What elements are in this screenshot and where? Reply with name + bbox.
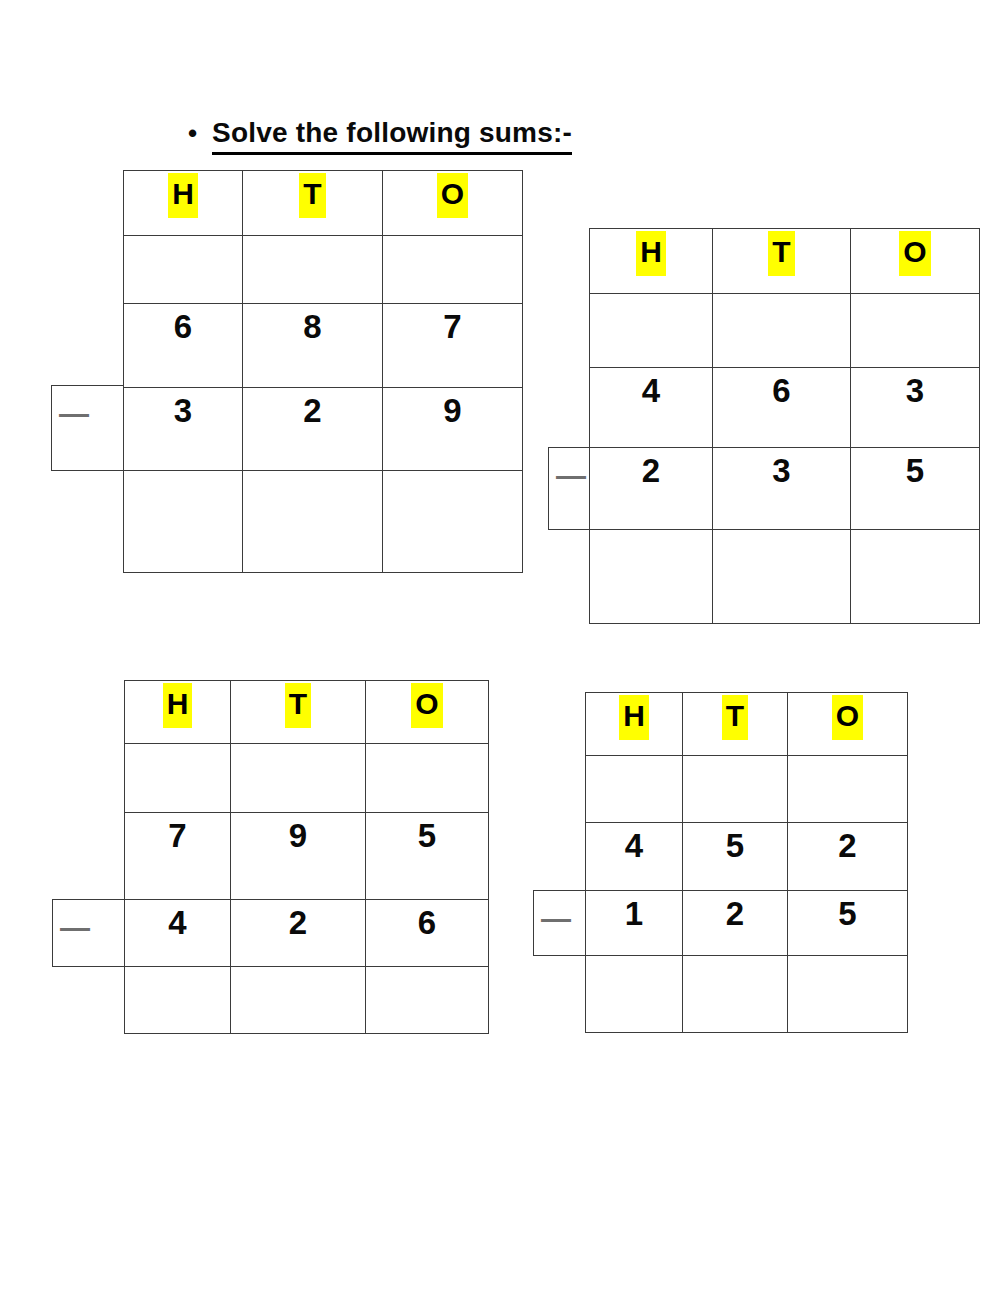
minuend-digit: 8 [243,304,383,388]
header-cell: T [713,229,851,294]
subtrahend-digit: 3 [713,448,851,530]
digit: 4 [642,374,660,407]
digit: 6 [418,906,436,939]
work-cell[interactable] [590,294,713,368]
answer-cell[interactable] [788,956,908,1033]
subtrahend-digit: 2 [590,448,713,530]
digit: 2 [838,829,856,862]
header-cell: T [231,681,366,744]
work-cell[interactable] [683,756,788,823]
work-cell[interactable] [243,236,383,304]
digit: 2 [726,897,744,930]
worksheet-page: • Solve the following sums:- H T O 6 8 7… [0,0,1000,1291]
work-cell[interactable] [125,744,231,813]
digit: 3 [906,374,924,407]
minuend-digit: 4 [586,823,683,891]
subtrahend-digit: 1 [586,891,683,956]
subtrahend-digit: 5 [851,448,980,530]
minuend-digit: 5 [366,813,489,900]
minuend-digit: 3 [851,368,980,448]
minuend-digit: 7 [383,304,523,388]
minus-sign-box: — [51,385,124,471]
subtrahend-digit: 2 [243,388,383,471]
minuend-digit: 6 [124,304,243,388]
digit: 3 [772,454,790,487]
digit: 9 [289,819,307,852]
work-cell[interactable] [124,236,243,304]
digit: 9 [443,394,461,427]
answer-cell[interactable] [231,967,366,1034]
subtrahend-digit: 3 [124,388,243,471]
subtrahend-digit: 9 [383,388,523,471]
bullet-icon: • [188,118,197,149]
digit: 5 [838,897,856,930]
column-header-ones: O [832,695,863,740]
minuend-digit: 5 [683,823,788,891]
worksheet-title: • Solve the following sums:- [188,116,572,155]
header-cell: T [243,171,383,236]
answer-cell[interactable] [713,530,851,624]
minuend-digit: 7 [125,813,231,900]
subtrahend-digit: 5 [788,891,908,956]
digit: 4 [168,906,186,939]
minuend-digit: 9 [231,813,366,900]
digit: 2 [303,394,321,427]
minus-sign-box: — [533,890,586,956]
digit: 2 [289,906,307,939]
digit: 5 [906,454,924,487]
header-cell: O [851,229,980,294]
digit: 2 [642,454,660,487]
answer-cell[interactable] [683,956,788,1033]
minus-icon: — [60,913,124,943]
digit: 4 [625,829,643,862]
digit: 5 [418,819,436,852]
digit: 7 [443,310,461,343]
column-header-tens: T [722,695,748,740]
column-header-hundreds: H [168,173,198,218]
minuend-digit: 4 [590,368,713,448]
minus-icon: — [541,904,585,934]
header-cell: O [383,171,523,236]
minus-sign-box: — [548,447,590,530]
subtraction-table-top-right: H T O 4 6 3 2 3 5 [589,228,980,624]
column-header-ones: O [437,173,468,218]
answer-cell[interactable] [590,530,713,624]
minus-icon: — [556,461,589,491]
subtrahend-digit: 2 [683,891,788,956]
header-cell: H [124,171,243,236]
header-cell: T [683,693,788,756]
column-header-hundreds: H [636,231,666,276]
answer-cell[interactable] [124,471,243,573]
digit: 6 [772,374,790,407]
digit: 7 [168,819,186,852]
digit: 6 [174,310,192,343]
column-header-hundreds: H [619,695,649,740]
answer-cell[interactable] [586,956,683,1033]
answer-cell[interactable] [243,471,383,573]
column-header-tens: T [285,683,311,728]
work-cell[interactable] [851,294,980,368]
minuend-digit: 6 [713,368,851,448]
minus-icon: — [59,399,123,429]
work-cell[interactable] [383,236,523,304]
subtraction-table-bottom-right: H T O 4 5 2 1 2 5 [585,692,908,1033]
digit: 3 [174,394,192,427]
subtrahend-digit: 4 [125,900,231,967]
work-cell[interactable] [366,744,489,813]
work-cell[interactable] [231,744,366,813]
subtrahend-digit: 6 [366,900,489,967]
digit: 1 [625,897,643,930]
subtrahend-digit: 2 [231,900,366,967]
page-title: Solve the following sums:- [212,116,572,155]
column-header-tens: T [299,173,325,218]
answer-cell[interactable] [366,967,489,1034]
subtraction-table-bottom-left: H T O 7 9 5 4 2 6 [124,680,489,1034]
column-header-ones: O [411,683,442,728]
header-cell: H [590,229,713,294]
work-cell[interactable] [788,756,908,823]
header-cell: H [586,693,683,756]
digit: 5 [726,829,744,862]
digit: 8 [303,310,321,343]
answer-cell[interactable] [383,471,523,573]
header-cell: O [788,693,908,756]
column-header-ones: O [899,231,930,276]
column-header-hundreds: H [163,683,193,728]
work-cell[interactable] [586,756,683,823]
work-cell[interactable] [713,294,851,368]
header-cell: O [366,681,489,744]
answer-cell[interactable] [851,530,980,624]
column-header-tens: T [768,231,794,276]
minus-sign-box: — [52,899,125,967]
minuend-digit: 2 [788,823,908,891]
header-cell: H [125,681,231,744]
subtraction-table-top-left: H T O 6 8 7 3 2 9 [123,170,523,573]
answer-cell[interactable] [125,967,231,1034]
